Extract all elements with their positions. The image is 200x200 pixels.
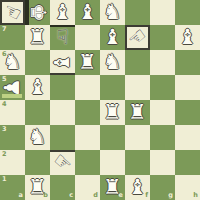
piece-white-bishop-sideways[interactable]: ♝ — [50, 50, 75, 75]
piece-white-bishop[interactable]: ♝ — [25, 75, 50, 100]
piece-white-rook[interactable]: ♜ — [75, 50, 100, 75]
square-a2[interactable]: 2 — [0, 150, 25, 175]
piece-white-bishop[interactable]: ♝ — [125, 175, 150, 200]
square-b8[interactable]: ♚ — [25, 0, 50, 25]
piece-white-pawn-sideways[interactable]: ♟ — [0, 75, 25, 100]
piece-white-knight[interactable]: ♞ — [100, 50, 125, 75]
square-h4[interactable] — [175, 100, 200, 125]
square-e7[interactable]: ♝ — [100, 25, 125, 50]
square-d5[interactable] — [75, 75, 100, 100]
square-c7[interactable]: ☟ — [50, 25, 75, 50]
square-c8[interactable]: ♝ — [50, 0, 75, 25]
piece-white-bishop[interactable]: ♝ — [175, 25, 200, 50]
square-d6[interactable]: ♜ — [75, 50, 100, 75]
square-g5[interactable] — [150, 75, 175, 100]
square-b7[interactable]: ♜ — [25, 25, 50, 50]
square-g4[interactable] — [150, 100, 175, 125]
square-c2[interactable]: ☞ — [50, 150, 75, 175]
file-label-g: g — [168, 192, 173, 199]
square-a5[interactable]: 5♟ — [0, 75, 25, 100]
piece-white-rook[interactable]: ♜ — [100, 175, 125, 200]
piece-white-bishop[interactable]: ♝ — [100, 25, 125, 50]
square-a1[interactable]: 1a — [0, 175, 25, 200]
square-h1[interactable]: h — [175, 175, 200, 200]
square-f8[interactable] — [125, 0, 150, 25]
square-d1[interactable]: d — [75, 175, 100, 200]
square-a4[interactable]: 4 — [0, 100, 25, 125]
piece-white-bishop[interactable]: ♝ — [75, 0, 100, 25]
square-a8[interactable]: ☜ — [0, 0, 25, 25]
square-a6[interactable]: 6♞ — [0, 50, 25, 75]
square-d8[interactable]: ♝ — [75, 0, 100, 25]
piece-white-knight[interactable]: ♞ — [0, 50, 25, 75]
square-f4[interactable]: ♜ — [125, 100, 150, 125]
square-d3[interactable] — [75, 125, 100, 150]
square-a3[interactable]: 3 — [0, 125, 25, 150]
square-g3[interactable] — [150, 125, 175, 150]
square-h2[interactable] — [175, 150, 200, 175]
square-b5[interactable]: ♝ — [25, 75, 50, 100]
square-h5[interactable] — [175, 75, 200, 100]
square-e4[interactable]: ♜ — [100, 100, 125, 125]
square-f6[interactable] — [125, 50, 150, 75]
piece-white-bishop[interactable]: ♝ — [50, 0, 75, 25]
rank-label-2: 2 — [2, 151, 7, 158]
square-h3[interactable] — [175, 125, 200, 150]
square-c4[interactable] — [50, 100, 75, 125]
file-label-h: h — [193, 192, 198, 199]
square-f2[interactable] — [125, 150, 150, 175]
square-e8[interactable]: ♞ — [100, 0, 125, 25]
square-f7[interactable]: ☜ — [125, 25, 150, 50]
square-e5[interactable] — [100, 75, 125, 100]
piece-white-rook[interactable]: ♜ — [100, 100, 125, 125]
file-label-a: a — [19, 192, 23, 199]
square-c5[interactable] — [50, 75, 75, 100]
square-b6[interactable] — [25, 50, 50, 75]
square-d2[interactable] — [75, 150, 100, 175]
square-f5[interactable] — [125, 75, 150, 100]
square-h6[interactable] — [175, 50, 200, 75]
square-b1[interactable]: b♜ — [25, 175, 50, 200]
square-e6[interactable]: ♞ — [100, 50, 125, 75]
square-h7[interactable]: ♝ — [175, 25, 200, 50]
square-b4[interactable] — [25, 100, 50, 125]
piece-white-pointing-hand-icon[interactable]: ☜ — [0, 0, 25, 25]
square-g2[interactable] — [150, 150, 175, 175]
square-b2[interactable] — [25, 150, 50, 175]
square-d7[interactable] — [75, 25, 100, 50]
piece-white-pointing-hand-icon[interactable]: ☞ — [50, 150, 75, 175]
square-a7[interactable]: 7 — [0, 25, 25, 50]
square-g8[interactable] — [150, 0, 175, 25]
square-c6[interactable]: ♝ — [50, 50, 75, 75]
piece-white-rook[interactable]: ♜ — [25, 175, 50, 200]
square-e2[interactable] — [100, 150, 125, 175]
piece-white-pointing-hand-icon[interactable]: ☟ — [50, 25, 75, 50]
file-label-c: c — [69, 192, 73, 199]
piece-white-rook[interactable]: ♜ — [25, 25, 50, 50]
square-e1[interactable]: e♜ — [100, 175, 125, 200]
rank-label-4: 4 — [2, 101, 7, 108]
square-f3[interactable] — [125, 125, 150, 150]
piece-white-rook[interactable]: ♜ — [125, 100, 150, 125]
square-g7[interactable] — [150, 25, 175, 50]
square-h8[interactable] — [175, 0, 200, 25]
square-c1[interactable]: c — [50, 175, 75, 200]
square-f1[interactable]: f♝ — [125, 175, 150, 200]
square-g6[interactable] — [150, 50, 175, 75]
piece-white-knight[interactable]: ♞ — [25, 125, 50, 150]
square-b3[interactable]: ♞ — [25, 125, 50, 150]
piece-white-knight[interactable]: ♞ — [100, 0, 125, 25]
piece-white-king-sideways[interactable]: ♚ — [25, 0, 50, 25]
piece-white-pointing-hand-icon[interactable]: ☜ — [125, 25, 150, 50]
rank-label-7: 7 — [2, 26, 7, 33]
file-label-d: d — [93, 192, 98, 199]
rank-label-3: 3 — [2, 126, 7, 133]
rank-label-1: 1 — [2, 176, 7, 183]
square-e3[interactable] — [100, 125, 125, 150]
square-d4[interactable] — [75, 100, 100, 125]
chess-board: ☜♚♝♝♞7♜☟♝☜♝6♞♝♜♞5♟♝4♜♜3♞2☞1ab♜cde♜f♝gh — [0, 0, 200, 200]
square-g1[interactable]: g — [150, 175, 175, 200]
square-c3[interactable] — [50, 125, 75, 150]
